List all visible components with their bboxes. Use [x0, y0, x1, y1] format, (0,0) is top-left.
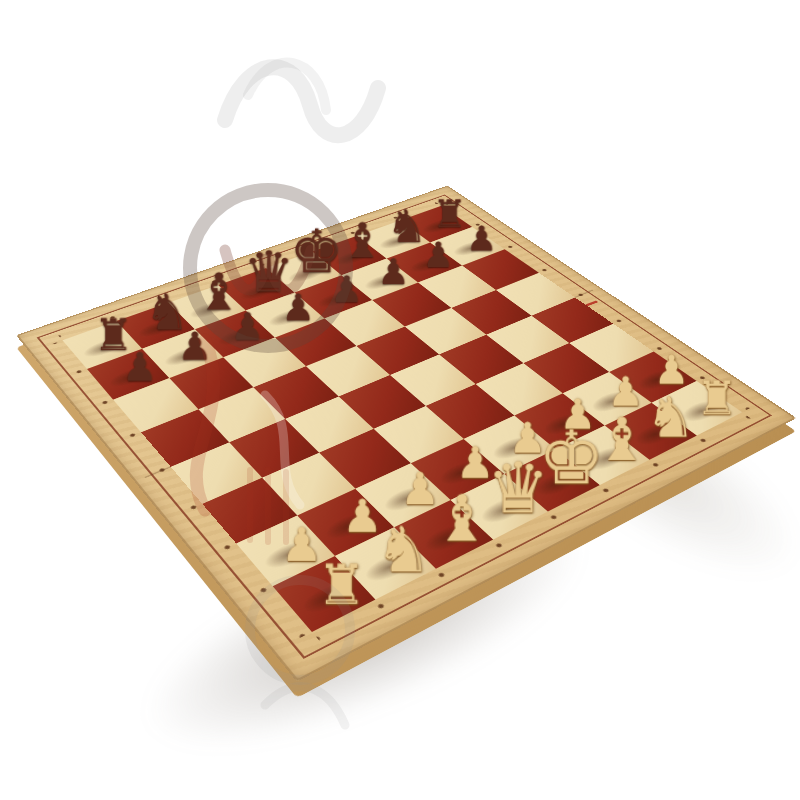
piece-dark-pawn-b7[interactable]: ♟ — [165, 327, 225, 366]
board-grid: ♜♞♝♛♚♝♞♜♟♟♟♟♟♟♟♟♟♟♟♟♟♟♟♟♜♞♝♛♚♝♞♜ — [62, 206, 742, 632]
piece-dark-pawn-c7[interactable]: ♟ — [218, 308, 277, 346]
piece-light-rook-a1[interactable]: ♜ — [304, 557, 380, 613]
photo-canvas: { "game": "chess", "scene_type": "overhe… — [0, 0, 800, 800]
chess-board: ♜♞♝♛♚♝♞♜♟♟♟♟♟♟♟♟♟♟♟♟♟♟♟♟♜♞♝♛♚♝♞♜ — [16, 186, 796, 682]
scene: ♜♞♝♛♚♝♞♜♟♟♟♟♟♟♟♟♟♟♟♟♟♟♟♟♜♞♝♛♚♝♞♜ — [0, 0, 800, 800]
piece-dark-pawn-d7[interactable]: ♟ — [269, 289, 327, 326]
piece-dark-pawn-a7[interactable]: ♟ — [109, 347, 171, 386]
